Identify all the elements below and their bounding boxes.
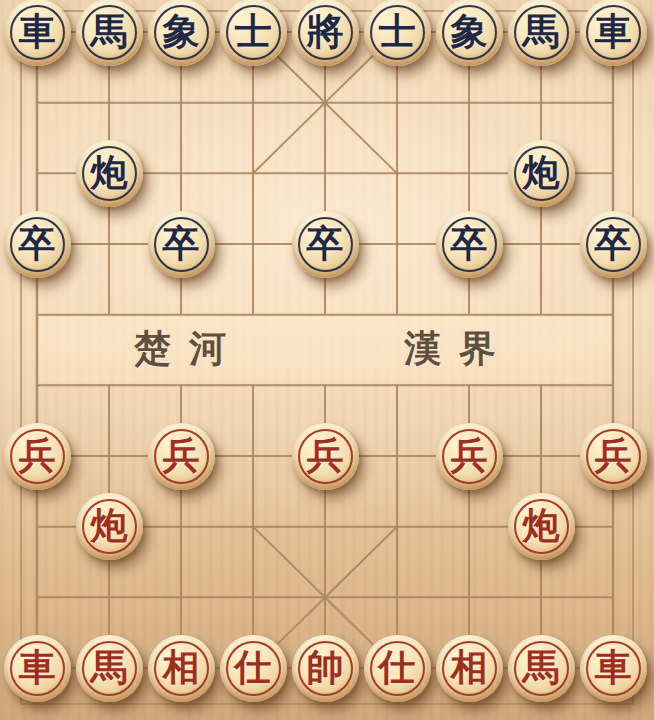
piece-red-advisor[interactable]: 仕 — [364, 635, 431, 702]
piece-character: 士 — [379, 13, 416, 50]
piece-red-cannon[interactable]: 炮 — [508, 493, 575, 560]
piece-black-soldier[interactable]: 卒 — [580, 211, 647, 278]
piece-black-cannon[interactable]: 炮 — [508, 140, 575, 207]
piece-red-general[interactable]: 帥 — [292, 635, 359, 702]
piece-character: 兵 — [595, 437, 632, 474]
xiangqi-board[interactable]: 楚河 漢界 車馬象士將士象馬車炮炮卒卒卒卒卒兵兵兵兵兵炮炮車馬相仕帥仕相馬車 — [0, 0, 654, 720]
piece-character: 卒 — [307, 225, 344, 262]
piece-red-cannon[interactable]: 炮 — [76, 493, 143, 560]
piece-black-elephant[interactable]: 象 — [148, 0, 215, 66]
piece-character: 炮 — [523, 154, 560, 191]
piece-character: 卒 — [451, 225, 488, 262]
piece-red-advisor[interactable]: 仕 — [220, 635, 287, 702]
piece-black-horse[interactable]: 馬 — [508, 0, 575, 66]
piece-black-chariot[interactable]: 車 — [4, 0, 71, 66]
piece-red-soldier[interactable]: 兵 — [148, 423, 215, 490]
piece-black-cannon[interactable]: 炮 — [76, 140, 143, 207]
piece-character: 卒 — [19, 225, 56, 262]
piece-black-soldier[interactable]: 卒 — [148, 211, 215, 278]
piece-character: 車 — [595, 649, 632, 686]
piece-character: 兵 — [451, 437, 488, 474]
piece-character: 炮 — [91, 507, 128, 544]
piece-character: 馬 — [523, 649, 560, 686]
piece-character: 馬 — [91, 13, 128, 50]
piece-black-horse[interactable]: 馬 — [76, 0, 143, 66]
river-label-chu-he: 楚河 — [134, 330, 244, 367]
piece-character: 士 — [235, 13, 272, 50]
river-label-han-jie: 漢界 — [404, 330, 514, 367]
piece-character: 兵 — [307, 437, 344, 474]
piece-character: 仕 — [379, 649, 416, 686]
piece-character: 馬 — [523, 13, 560, 50]
piece-red-elephant[interactable]: 相 — [148, 635, 215, 702]
piece-character: 馬 — [91, 649, 128, 686]
piece-black-general[interactable]: 將 — [292, 0, 359, 66]
piece-black-soldier[interactable]: 卒 — [436, 211, 503, 278]
piece-character: 車 — [19, 13, 56, 50]
piece-red-soldier[interactable]: 兵 — [436, 423, 503, 490]
piece-character: 相 — [163, 649, 200, 686]
piece-character: 兵 — [19, 437, 56, 474]
piece-character: 帥 — [307, 649, 344, 686]
piece-character: 炮 — [523, 507, 560, 544]
piece-character: 相 — [451, 649, 488, 686]
piece-character: 象 — [451, 13, 488, 50]
piece-character: 卒 — [595, 225, 632, 262]
piece-black-chariot[interactable]: 車 — [580, 0, 647, 66]
piece-character: 炮 — [91, 154, 128, 191]
piece-character: 將 — [307, 13, 344, 50]
piece-black-soldier[interactable]: 卒 — [292, 211, 359, 278]
piece-red-soldier[interactable]: 兵 — [4, 423, 71, 490]
piece-black-advisor[interactable]: 士 — [364, 0, 431, 66]
piece-red-chariot[interactable]: 車 — [580, 635, 647, 702]
piece-red-soldier[interactable]: 兵 — [292, 423, 359, 490]
piece-red-chariot[interactable]: 車 — [4, 635, 71, 702]
piece-character: 車 — [595, 13, 632, 50]
piece-character: 象 — [163, 13, 200, 50]
board-grid-lines — [0, 0, 654, 720]
piece-character: 車 — [19, 649, 56, 686]
piece-red-soldier[interactable]: 兵 — [580, 423, 647, 490]
piece-character: 兵 — [163, 437, 200, 474]
piece-character: 卒 — [163, 225, 200, 262]
piece-character: 仕 — [235, 649, 272, 686]
piece-black-soldier[interactable]: 卒 — [4, 211, 71, 278]
piece-red-horse[interactable]: 馬 — [508, 635, 575, 702]
piece-red-elephant[interactable]: 相 — [436, 635, 503, 702]
piece-red-horse[interactable]: 馬 — [76, 635, 143, 702]
piece-black-elephant[interactable]: 象 — [436, 0, 503, 66]
piece-black-advisor[interactable]: 士 — [220, 0, 287, 66]
